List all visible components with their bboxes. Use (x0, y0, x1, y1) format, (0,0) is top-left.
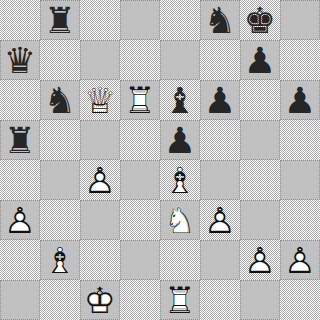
square-d5[interactable] (120, 120, 160, 160)
black-rook-piece[interactable]: ♜ (0, 120, 40, 160)
square-c4[interactable]: ♟♙ (80, 160, 120, 200)
square-f5[interactable] (200, 120, 240, 160)
square-g5[interactable] (240, 120, 280, 160)
black-pawn-piece[interactable]: ♟ (280, 80, 320, 120)
square-h1[interactable] (280, 280, 320, 320)
square-e3[interactable]: ♞♘ (160, 200, 200, 240)
square-e8[interactable] (160, 0, 200, 40)
square-a3[interactable]: ♟♙ (0, 200, 40, 240)
white-pawn-piece[interactable]: ♙ (200, 200, 240, 240)
square-d3[interactable] (120, 200, 160, 240)
black-king-piece[interactable]: ♚ (240, 0, 280, 40)
square-f6[interactable]: ♟ (200, 80, 240, 120)
square-a7[interactable]: ♛ (0, 40, 40, 80)
square-d2[interactable] (120, 240, 160, 280)
square-f4[interactable] (200, 160, 240, 200)
square-e6[interactable]: ♝ (160, 80, 200, 120)
square-e7[interactable] (160, 40, 200, 80)
square-b4[interactable] (40, 160, 80, 200)
square-h3[interactable] (280, 200, 320, 240)
square-c6[interactable]: ♛♕ (80, 80, 120, 120)
square-d6[interactable]: ♜♖ (120, 80, 160, 120)
square-a4[interactable] (0, 160, 40, 200)
square-h5[interactable] (280, 120, 320, 160)
square-g6[interactable] (240, 80, 280, 120)
square-c8[interactable] (80, 0, 120, 40)
white-knight-piece[interactable]: ♘ (160, 200, 200, 240)
black-pawn-piece[interactable]: ♟ (160, 120, 200, 160)
white-pawn-piece[interactable]: ♙ (0, 200, 40, 240)
square-f8[interactable]: ♞ (200, 0, 240, 40)
square-f3[interactable]: ♟♙ (200, 200, 240, 240)
square-g8[interactable]: ♚ (240, 0, 280, 40)
white-pawn-piece[interactable]: ♙ (240, 240, 280, 280)
square-g3[interactable] (240, 200, 280, 240)
square-a8[interactable] (0, 0, 40, 40)
square-e4[interactable]: ♝♗ (160, 160, 200, 200)
square-c5[interactable] (80, 120, 120, 160)
square-g7[interactable]: ♟ (240, 40, 280, 80)
square-h8[interactable] (280, 0, 320, 40)
black-bishop-piece[interactable]: ♝ (160, 80, 200, 120)
black-rook-piece[interactable]: ♜ (40, 0, 80, 40)
black-knight-piece[interactable]: ♞ (40, 80, 80, 120)
white-queen-piece[interactable]: ♕ (80, 80, 120, 120)
square-d4[interactable] (120, 160, 160, 200)
square-f2[interactable] (200, 240, 240, 280)
square-d1[interactable] (120, 280, 160, 320)
white-bishop-piece[interactable]: ♗ (160, 160, 200, 200)
square-f1[interactable] (200, 280, 240, 320)
square-c7[interactable] (80, 40, 120, 80)
square-g4[interactable] (240, 160, 280, 200)
white-pawn-piece[interactable]: ♙ (80, 160, 120, 200)
square-h4[interactable] (280, 160, 320, 200)
white-rook-piece[interactable]: ♖ (160, 280, 200, 320)
black-pawn-piece[interactable]: ♟ (200, 80, 240, 120)
white-rook-piece[interactable]: ♖ (120, 80, 160, 120)
square-h6[interactable]: ♟ (280, 80, 320, 120)
black-pawn-piece[interactable]: ♟ (240, 40, 280, 80)
square-d8[interactable] (120, 0, 160, 40)
white-pawn-piece[interactable]: ♙ (280, 240, 320, 280)
square-b5[interactable] (40, 120, 80, 160)
square-g1[interactable] (240, 280, 280, 320)
square-a2[interactable] (0, 240, 40, 280)
square-e1[interactable]: ♜♖ (160, 280, 200, 320)
square-b6[interactable]: ♞ (40, 80, 80, 120)
square-c2[interactable] (80, 240, 120, 280)
square-b7[interactable] (40, 40, 80, 80)
square-b2[interactable]: ♝♗ (40, 240, 80, 280)
square-a5[interactable]: ♜ (0, 120, 40, 160)
square-c1[interactable]: ♚♔ (80, 280, 120, 320)
square-b3[interactable] (40, 200, 80, 240)
square-e2[interactable] (160, 240, 200, 280)
white-bishop-piece[interactable]: ♗ (40, 240, 80, 280)
white-king-piece[interactable]: ♔ (80, 280, 120, 320)
square-f7[interactable] (200, 40, 240, 80)
square-b8[interactable]: ♜ (40, 0, 80, 40)
square-h7[interactable] (280, 40, 320, 80)
square-a1[interactable] (0, 280, 40, 320)
black-queen-piece[interactable]: ♛ (0, 40, 40, 80)
square-b1[interactable] (40, 280, 80, 320)
square-a6[interactable] (0, 80, 40, 120)
black-knight-piece[interactable]: ♞ (200, 0, 240, 40)
square-e5[interactable]: ♟ (160, 120, 200, 160)
square-g2[interactable]: ♟♙ (240, 240, 280, 280)
chess-board: ♜♞♚♛♟♞♛♕♜♖♝♟♟♜♟♟♙♝♗♟♙♞♘♟♙♝♗♟♙♟♙♚♔♜♖ (0, 0, 320, 320)
square-c3[interactable] (80, 200, 120, 240)
square-d7[interactable] (120, 40, 160, 80)
square-h2[interactable]: ♟♙ (280, 240, 320, 280)
